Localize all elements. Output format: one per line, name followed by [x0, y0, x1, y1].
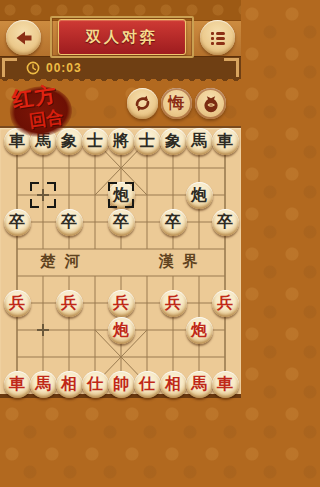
- turn-indicator-badge: 红方 回合: [0, 77, 85, 145]
- point-marker: [37, 324, 49, 336]
- piece-red[interactable]: 相: [56, 371, 83, 398]
- band-corner-decor-left: [2, 58, 17, 77]
- turn-badge-line2: 回合: [28, 105, 65, 133]
- board[interactable]: 楚河 漢界 車馬象士將士象馬車炮炮卒卒卒卒卒兵兵兵兵兵炮炮車馬相仕帥仕相馬車: [0, 126, 241, 398]
- band-corner-decor-right: [224, 58, 239, 77]
- piece-black[interactable]: 車: [212, 128, 239, 155]
- undo-label: 悔: [169, 93, 185, 114]
- piece-black[interactable]: 卒: [4, 209, 31, 236]
- piece-black[interactable]: 炮: [108, 182, 135, 209]
- piece-red[interactable]: 兵: [4, 290, 31, 317]
- pouch-icon: [201, 94, 221, 114]
- piece-red[interactable]: 帥: [108, 371, 135, 398]
- point-marker: [37, 189, 49, 201]
- piece-red[interactable]: 馬: [186, 371, 213, 398]
- piece-red[interactable]: 仕: [82, 371, 109, 398]
- back-arrow-icon: [13, 27, 35, 49]
- piece-black[interactable]: 馬: [186, 128, 213, 155]
- title-banner: 双人对弈: [58, 19, 186, 55]
- river-label-left: 楚河: [28, 252, 92, 271]
- piece-black[interactable]: 士: [134, 128, 161, 155]
- undo-move-button[interactable]: 悔: [161, 88, 192, 119]
- menu-button[interactable]: [200, 20, 235, 55]
- piece-red[interactable]: 車: [4, 371, 31, 398]
- piece-black[interactable]: 卒: [108, 209, 135, 236]
- piece-red[interactable]: 車: [212, 371, 239, 398]
- piece-black[interactable]: 卒: [56, 209, 83, 236]
- piece-red[interactable]: 兵: [160, 290, 187, 317]
- piece-red[interactable]: 相: [160, 371, 187, 398]
- back-button[interactable]: [6, 20, 41, 55]
- piece-black[interactable]: 卒: [212, 209, 239, 236]
- piece-red[interactable]: 仕: [134, 371, 161, 398]
- swap-sides-button[interactable]: [127, 88, 158, 119]
- game-timer: 00:03: [46, 61, 82, 75]
- piece-red[interactable]: 兵: [108, 290, 135, 317]
- page-title: 双人对弈: [86, 28, 158, 47]
- river-label-right: 漢界: [146, 252, 210, 271]
- piece-black[interactable]: 炮: [186, 182, 213, 209]
- piece-red[interactable]: 炮: [186, 317, 213, 344]
- swap-arrows-icon: [132, 93, 153, 114]
- piece-red[interactable]: 兵: [56, 290, 83, 317]
- piece-black[interactable]: 將: [108, 128, 135, 155]
- piece-red[interactable]: 兵: [212, 290, 239, 317]
- piece-black[interactable]: 卒: [160, 209, 187, 236]
- piece-red[interactable]: 馬: [30, 371, 57, 398]
- clock-icon: [26, 61, 40, 75]
- piece-black[interactable]: 士: [82, 128, 109, 155]
- piece-red[interactable]: 炮: [108, 317, 135, 344]
- piece-black[interactable]: 象: [160, 128, 187, 155]
- timer-bar: 00:03: [0, 56, 241, 79]
- menu-list-icon: [208, 28, 228, 48]
- top-decor-strip: [0, 0, 241, 21]
- draw-offer-button[interactable]: [195, 88, 226, 119]
